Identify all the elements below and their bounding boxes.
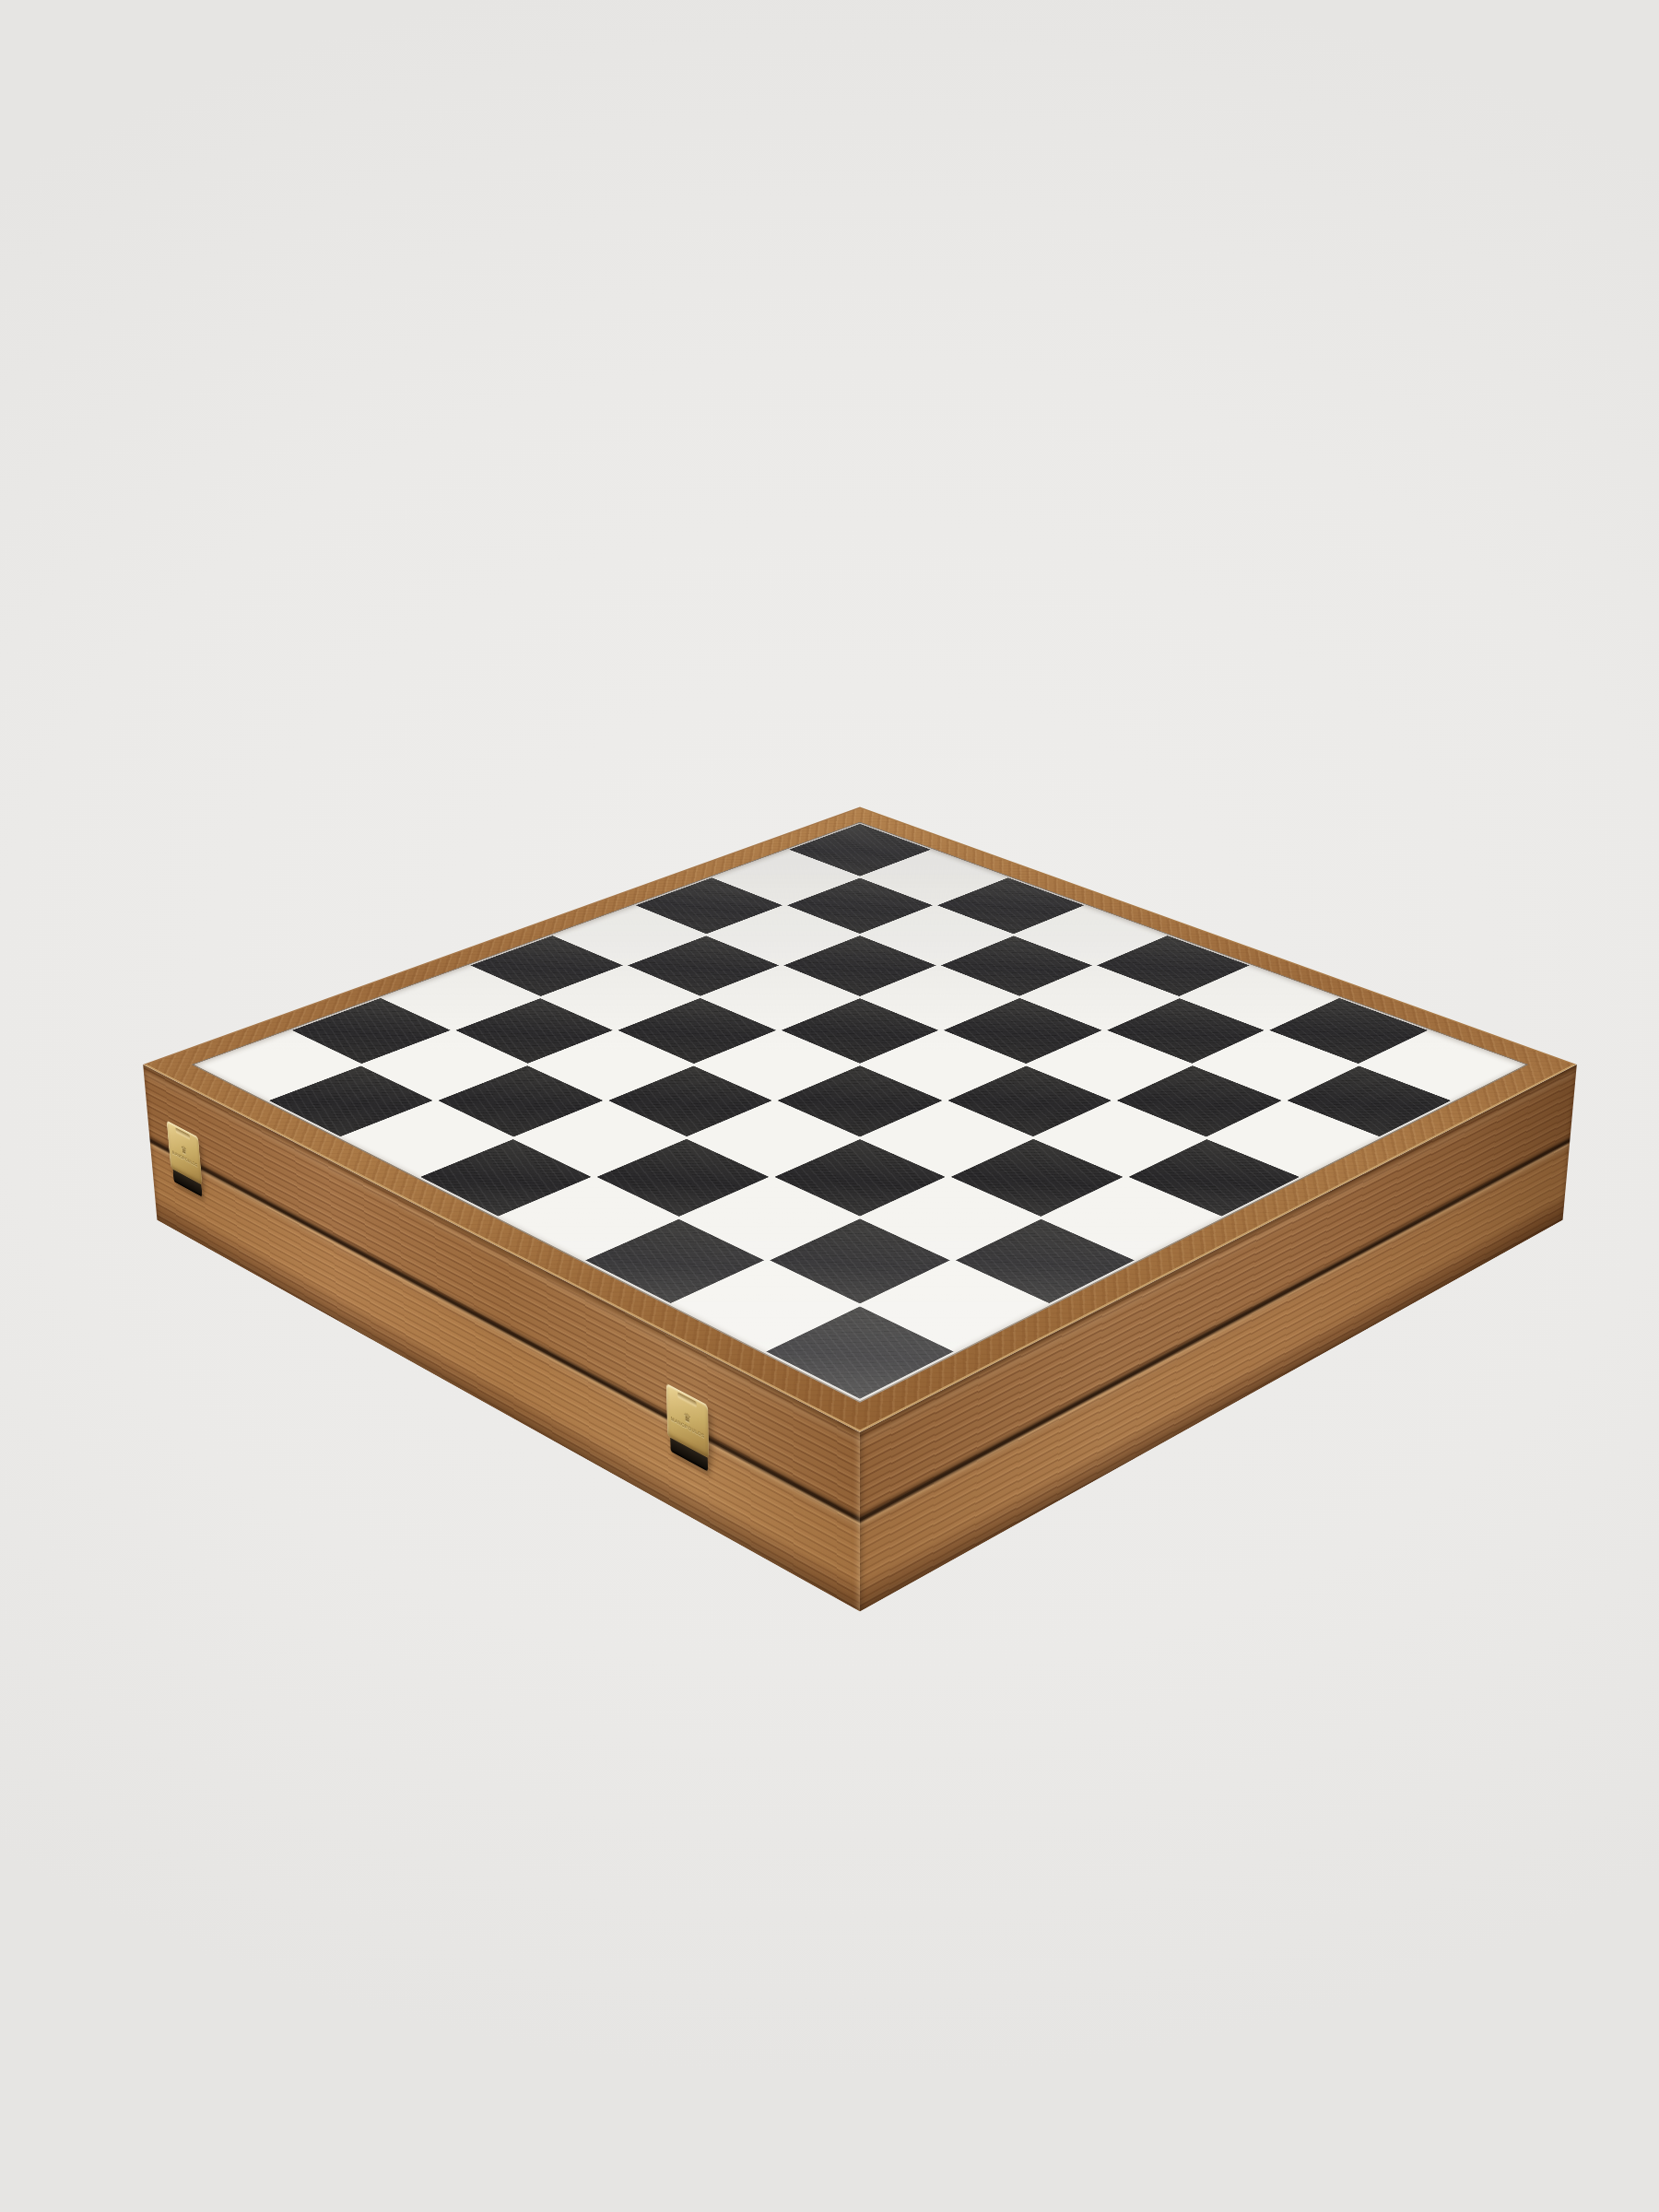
cell-r4c5-light bbox=[860, 1100, 1033, 1177]
clasp-logo: ♛ MANOPOULOS bbox=[167, 1121, 203, 1185]
brass-clasp-right: ♛ MANOPOULOS bbox=[666, 1383, 709, 1459]
cell-r7c3-dark bbox=[418, 1137, 594, 1218]
cell-r7c2-light bbox=[340, 1100, 513, 1177]
cell-r6c2-dark bbox=[436, 1065, 606, 1137]
cell-r2c7-light bbox=[1206, 1100, 1380, 1177]
brass-clasp-left: ♛ MANOPOULOS bbox=[167, 1121, 203, 1185]
cell-r1c7-dark bbox=[1284, 1065, 1453, 1137]
cell-r3c5-dark bbox=[945, 1065, 1114, 1137]
cell-r5c7-dark bbox=[952, 1218, 1137, 1305]
cell-r6c6-dark bbox=[768, 1218, 953, 1305]
cell-r7c6-light bbox=[671, 1260, 860, 1351]
cell-r2c6-dark bbox=[1114, 1065, 1284, 1137]
clasp-logo: ♛ MANOPOULOS bbox=[666, 1383, 709, 1459]
cell-r4c7-light bbox=[1041, 1177, 1221, 1260]
cell-r7c4-light bbox=[498, 1177, 678, 1260]
cell-r5c6-light bbox=[860, 1177, 1041, 1260]
product-photo-background: ♛ MANOPOULOS ♛ MANOPOULOS bbox=[0, 0, 1659, 2212]
cell-r7c1-dark bbox=[266, 1065, 436, 1137]
scene-3d-stage: ♛ MANOPOULOS ♛ MANOPOULOS bbox=[0, 0, 1659, 2212]
cell-r4c6-dark bbox=[948, 1137, 1125, 1218]
cell-r5c5-dark bbox=[771, 1137, 948, 1218]
cell-r5c3-dark bbox=[606, 1065, 775, 1137]
cell-r6c4-dark bbox=[594, 1137, 771, 1218]
cell-r3c6-light bbox=[1033, 1100, 1206, 1177]
case-lid-wood-frame bbox=[143, 807, 1577, 1433]
cell-r5c4-light bbox=[687, 1100, 860, 1177]
cell-r7c5-dark bbox=[582, 1218, 768, 1305]
cell-r4c4-dark bbox=[775, 1065, 945, 1137]
cell-r6c5-light bbox=[679, 1177, 860, 1260]
cell-r6c7-light bbox=[860, 1260, 1049, 1351]
cell-r6c3-light bbox=[513, 1100, 687, 1177]
cell-r7c7-dark bbox=[763, 1305, 957, 1401]
cell-r3c7-dark bbox=[1125, 1137, 1302, 1218]
